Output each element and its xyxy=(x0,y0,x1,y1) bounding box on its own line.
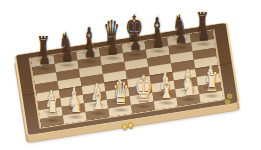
king-glyph: ♚ xyxy=(124,11,144,46)
rook-glyph: ♜ xyxy=(33,34,53,60)
piece-black-knight: ♞ xyxy=(167,15,191,41)
chess-board: ♜♞♝♛♚♝♞♜♟♟♟♟♟♟♟♟♟♟♟♟♟♟♟♟♜♞♝♛♚♝♞♜ xyxy=(14,22,240,136)
clasp-ring-icon xyxy=(127,122,133,129)
square-a1: ♜ xyxy=(40,115,64,127)
square-h1: ♜ xyxy=(199,91,223,103)
square-e1: ♚ xyxy=(131,101,155,113)
bishop-glyph: ♝ xyxy=(78,24,98,53)
piece-black-king: ♚ xyxy=(122,22,146,48)
piece-black-rook: ♜ xyxy=(31,36,55,62)
piece-black-queen: ♛ xyxy=(99,25,123,51)
piece-black-bishop: ♝ xyxy=(145,18,169,44)
square-g1: ♞ xyxy=(176,94,200,106)
piece-black-rook: ♜ xyxy=(190,11,214,37)
square-f1: ♝ xyxy=(154,98,178,110)
product-photo: ♜♞♝♛♚♝♞♜♟♟♟♟♟♟♟♟♟♟♟♟♟♟♟♟♜♞♝♛♚♝♞♜ xyxy=(0,0,261,150)
front-clasp xyxy=(121,122,133,130)
piece-black-bishop: ♝ xyxy=(76,29,100,55)
queen-glyph: ♛ xyxy=(101,17,121,49)
square-b1: ♞ xyxy=(63,112,87,124)
piece-black-knight: ♞ xyxy=(54,32,78,58)
square-c1: ♝ xyxy=(86,108,110,120)
rook-glyph: ♜ xyxy=(192,9,212,35)
bishop-glyph: ♝ xyxy=(146,13,166,42)
knight-glyph: ♞ xyxy=(55,29,75,57)
square-d1: ♛ xyxy=(108,105,132,117)
knight-glyph: ♞ xyxy=(169,11,189,39)
